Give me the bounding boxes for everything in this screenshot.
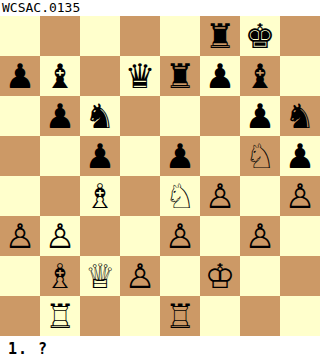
square-a4[interactable] bbox=[0, 176, 40, 216]
square-g1[interactable] bbox=[240, 296, 280, 336]
square-h1[interactable] bbox=[280, 296, 320, 336]
square-c3[interactable] bbox=[80, 216, 120, 256]
square-d4[interactable] bbox=[120, 176, 160, 216]
square-c7[interactable] bbox=[80, 56, 120, 96]
square-g8[interactable]: ♚ bbox=[240, 16, 280, 56]
piece-white-pawn: ♙ bbox=[165, 216, 195, 256]
piece-black-knight: ♞ bbox=[85, 96, 115, 136]
square-e6[interactable] bbox=[160, 96, 200, 136]
square-d2[interactable]: ♙ bbox=[120, 256, 160, 296]
square-c8[interactable] bbox=[80, 16, 120, 56]
square-e2[interactable] bbox=[160, 256, 200, 296]
square-f3[interactable] bbox=[200, 216, 240, 256]
square-h7[interactable] bbox=[280, 56, 320, 96]
square-f2[interactable]: ♔ bbox=[200, 256, 240, 296]
piece-black-pawn: ♟ bbox=[5, 56, 35, 96]
piece-white-rook: ♖ bbox=[165, 296, 195, 336]
square-e7[interactable]: ♜ bbox=[160, 56, 200, 96]
square-c1[interactable] bbox=[80, 296, 120, 336]
piece-black-pawn: ♟ bbox=[205, 56, 235, 96]
square-b8[interactable] bbox=[40, 16, 80, 56]
chess-board: ♜♚♟♝♛♜♟♝♟♞♟♞♟♟♘♟♗♘♙♙♙♙♙♙♗♕♙♔♖♖ bbox=[0, 16, 320, 336]
square-c6[interactable]: ♞ bbox=[80, 96, 120, 136]
square-c5[interactable]: ♟ bbox=[80, 136, 120, 176]
square-b5[interactable] bbox=[40, 136, 80, 176]
square-b7[interactable]: ♝ bbox=[40, 56, 80, 96]
piece-white-pawn: ♙ bbox=[205, 176, 235, 216]
piece-white-bishop: ♗ bbox=[85, 176, 115, 216]
square-h2[interactable] bbox=[280, 256, 320, 296]
piece-black-pawn: ♟ bbox=[45, 96, 75, 136]
piece-white-rook: ♖ bbox=[45, 296, 75, 336]
square-h6[interactable]: ♞ bbox=[280, 96, 320, 136]
piece-white-bishop: ♗ bbox=[45, 256, 75, 296]
square-c4[interactable]: ♗ bbox=[80, 176, 120, 216]
piece-black-pawn: ♟ bbox=[285, 136, 315, 176]
piece-white-queen: ♕ bbox=[85, 256, 115, 296]
move-prompt: 1. ? bbox=[8, 340, 48, 358]
square-d7[interactable]: ♛ bbox=[120, 56, 160, 96]
square-e3[interactable]: ♙ bbox=[160, 216, 200, 256]
footer-bar: 1. ? bbox=[0, 336, 320, 360]
square-f5[interactable] bbox=[200, 136, 240, 176]
square-e5[interactable]: ♟ bbox=[160, 136, 200, 176]
square-f1[interactable] bbox=[200, 296, 240, 336]
square-g7[interactable]: ♝ bbox=[240, 56, 280, 96]
square-h5[interactable]: ♟ bbox=[280, 136, 320, 176]
square-d1[interactable] bbox=[120, 296, 160, 336]
square-g5[interactable]: ♘ bbox=[240, 136, 280, 176]
square-a6[interactable] bbox=[0, 96, 40, 136]
square-e4[interactable]: ♘ bbox=[160, 176, 200, 216]
square-b6[interactable]: ♟ bbox=[40, 96, 80, 136]
square-a1[interactable] bbox=[0, 296, 40, 336]
square-h3[interactable] bbox=[280, 216, 320, 256]
piece-black-pawn: ♟ bbox=[245, 96, 275, 136]
square-a7[interactable]: ♟ bbox=[0, 56, 40, 96]
square-a8[interactable] bbox=[0, 16, 40, 56]
piece-white-knight: ♘ bbox=[165, 176, 195, 216]
square-c2[interactable]: ♕ bbox=[80, 256, 120, 296]
square-b4[interactable] bbox=[40, 176, 80, 216]
square-a3[interactable]: ♙ bbox=[0, 216, 40, 256]
square-b2[interactable]: ♗ bbox=[40, 256, 80, 296]
square-a2[interactable] bbox=[0, 256, 40, 296]
piece-white-pawn: ♙ bbox=[245, 216, 275, 256]
square-e8[interactable] bbox=[160, 16, 200, 56]
piece-white-pawn: ♙ bbox=[45, 216, 75, 256]
piece-black-pawn: ♟ bbox=[165, 136, 195, 176]
square-f7[interactable]: ♟ bbox=[200, 56, 240, 96]
square-h4[interactable]: ♙ bbox=[280, 176, 320, 216]
square-e1[interactable]: ♖ bbox=[160, 296, 200, 336]
square-d6[interactable] bbox=[120, 96, 160, 136]
square-f6[interactable] bbox=[200, 96, 240, 136]
piece-white-pawn: ♙ bbox=[125, 256, 155, 296]
square-b1[interactable]: ♖ bbox=[40, 296, 80, 336]
piece-white-knight: ♘ bbox=[245, 136, 275, 176]
square-f4[interactable]: ♙ bbox=[200, 176, 240, 216]
piece-white-pawn: ♙ bbox=[5, 216, 35, 256]
square-a5[interactable] bbox=[0, 136, 40, 176]
square-g3[interactable]: ♙ bbox=[240, 216, 280, 256]
square-b3[interactable]: ♙ bbox=[40, 216, 80, 256]
piece-black-king: ♚ bbox=[245, 16, 275, 56]
piece-black-queen: ♛ bbox=[125, 56, 155, 96]
square-d8[interactable] bbox=[120, 16, 160, 56]
piece-white-pawn: ♙ bbox=[285, 176, 315, 216]
piece-black-rook: ♜ bbox=[165, 56, 195, 96]
piece-black-pawn: ♟ bbox=[85, 136, 115, 176]
piece-black-knight: ♞ bbox=[285, 96, 315, 136]
square-d5[interactable] bbox=[120, 136, 160, 176]
square-g6[interactable]: ♟ bbox=[240, 96, 280, 136]
square-d3[interactable] bbox=[120, 216, 160, 256]
piece-black-rook: ♜ bbox=[205, 16, 235, 56]
piece-white-king: ♔ bbox=[205, 256, 235, 296]
diagram-title: WCSAC.0135 bbox=[0, 0, 320, 16]
piece-black-bishop: ♝ bbox=[245, 56, 275, 96]
square-h8[interactable] bbox=[280, 16, 320, 56]
piece-black-bishop: ♝ bbox=[45, 56, 75, 96]
square-g2[interactable] bbox=[240, 256, 280, 296]
square-g4[interactable] bbox=[240, 176, 280, 216]
square-f8[interactable]: ♜ bbox=[200, 16, 240, 56]
